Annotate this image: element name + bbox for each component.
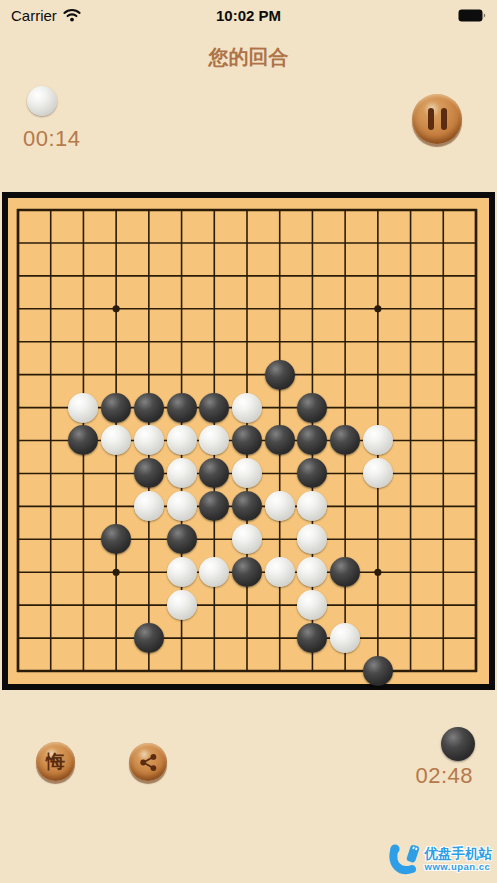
stone-black (101, 524, 131, 554)
carrier-label: Carrier (11, 7, 57, 24)
stone-white (199, 557, 229, 587)
share-button[interactable] (129, 743, 167, 781)
stone-black (232, 425, 262, 455)
undo-button[interactable]: 悔 (36, 742, 75, 781)
watermark-url: www.upan.cc (425, 862, 493, 872)
stone-black (297, 623, 327, 653)
stone-white (167, 590, 197, 620)
stone-white (134, 491, 164, 521)
stone-white (330, 623, 360, 653)
stones-grid (2, 194, 493, 688)
status-bar: Carrier 10:02 PM (0, 0, 497, 30)
stone-black (297, 458, 327, 488)
stone-white (232, 458, 262, 488)
black-player-stone (441, 727, 475, 761)
stone-white (232, 393, 262, 423)
stone-white (363, 458, 393, 488)
stone-white (297, 491, 327, 521)
stone-white (167, 458, 197, 488)
gomoku-board[interactable] (2, 192, 495, 690)
watermark-logo-icon (388, 841, 422, 879)
white-player-stone (27, 86, 57, 116)
watermark-site: 优盘手机站 (425, 847, 493, 862)
stone-black (134, 393, 164, 423)
stone-black (363, 656, 393, 686)
stone-white (363, 425, 393, 455)
wifi-icon (63, 8, 81, 22)
stone-white (68, 393, 98, 423)
stone-white (199, 425, 229, 455)
stone-white (167, 491, 197, 521)
stone-black (330, 557, 360, 587)
stone-black (101, 393, 131, 423)
stone-white (167, 425, 197, 455)
stone-black (199, 393, 229, 423)
stone-white (297, 590, 327, 620)
stone-black (134, 623, 164, 653)
stone-black (232, 557, 262, 587)
stone-white (265, 557, 295, 587)
stone-white (232, 524, 262, 554)
stone-white (265, 491, 295, 521)
stone-black (199, 491, 229, 521)
stone-black (297, 425, 327, 455)
stone-black (134, 458, 164, 488)
stone-black (199, 458, 229, 488)
stone-black (167, 393, 197, 423)
stone-black (232, 491, 262, 521)
stone-black (167, 524, 197, 554)
stone-white (167, 557, 197, 587)
white-timer: 00:14 (23, 126, 81, 152)
share-icon (139, 753, 158, 772)
watermark: 优盘手机站 www.upan.cc (388, 841, 493, 879)
black-timer: 02:48 (415, 763, 473, 789)
pause-icon (428, 108, 434, 130)
battery-icon (458, 9, 486, 22)
stone-white (297, 557, 327, 587)
turn-title: 您的回合 (0, 44, 497, 71)
stone-black (265, 360, 295, 390)
stone-white (134, 425, 164, 455)
stone-black (68, 425, 98, 455)
stone-black (330, 425, 360, 455)
stone-black (297, 393, 327, 423)
stone-black (265, 425, 295, 455)
stone-white (297, 524, 327, 554)
stone-white (101, 425, 131, 455)
pause-button[interactable] (412, 94, 462, 144)
